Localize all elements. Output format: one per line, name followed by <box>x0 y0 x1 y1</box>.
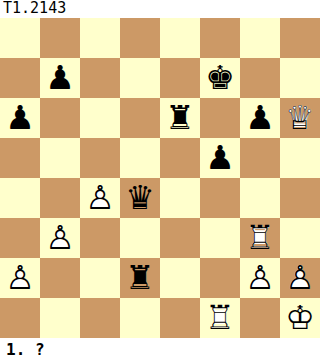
square-c3[interactable] <box>80 218 120 258</box>
square-g8[interactable] <box>240 18 280 58</box>
square-f1[interactable]: ♜♖ <box>200 298 240 338</box>
square-g6[interactable]: ♟ <box>240 98 280 138</box>
square-c8[interactable] <box>80 18 120 58</box>
square-g1[interactable] <box>240 298 280 338</box>
square-d6[interactable] <box>120 98 160 138</box>
square-g2[interactable]: ♟♙ <box>240 258 280 298</box>
square-g5[interactable] <box>240 138 280 178</box>
square-a7[interactable] <box>0 58 40 98</box>
square-e1[interactable] <box>160 298 200 338</box>
square-f4[interactable] <box>200 178 240 218</box>
square-b1[interactable] <box>40 298 80 338</box>
square-f5[interactable]: ♟ <box>200 138 240 178</box>
square-a5[interactable] <box>0 138 40 178</box>
square-h5[interactable] <box>280 138 320 178</box>
chess-board: ♟♚♟♜♟♛♕♟♟♙♛♟♙♜♖♟♙♜♟♙♟♙♜♖♚♔ <box>0 18 320 338</box>
square-b5[interactable] <box>40 138 80 178</box>
square-h6[interactable]: ♛♕ <box>280 98 320 138</box>
square-b7[interactable]: ♟ <box>40 58 80 98</box>
square-c4[interactable]: ♟♙ <box>80 178 120 218</box>
square-h7[interactable] <box>280 58 320 98</box>
piece-white-pawn: ♙ <box>0 258 40 298</box>
square-a4[interactable] <box>0 178 40 218</box>
square-d1[interactable] <box>120 298 160 338</box>
square-d4[interactable]: ♛ <box>120 178 160 218</box>
square-b4[interactable] <box>40 178 80 218</box>
square-d2[interactable]: ♜ <box>120 258 160 298</box>
piece-black-rook: ♜ <box>120 258 160 298</box>
square-a3[interactable] <box>0 218 40 258</box>
square-b6[interactable] <box>40 98 80 138</box>
square-h1[interactable]: ♚♔ <box>280 298 320 338</box>
square-a8[interactable] <box>0 18 40 58</box>
square-e2[interactable] <box>160 258 200 298</box>
piece-white-pawn: ♙ <box>280 258 320 298</box>
piece-white-rook: ♖ <box>240 218 280 258</box>
square-e8[interactable] <box>160 18 200 58</box>
square-d7[interactable] <box>120 58 160 98</box>
piece-black-pawn: ♟ <box>200 138 240 178</box>
square-b8[interactable] <box>40 18 80 58</box>
piece-black-rook: ♜ <box>160 98 200 138</box>
piece-white-queen: ♕ <box>280 98 320 138</box>
piece-black-queen: ♛ <box>120 178 160 218</box>
piece-white-pawn: ♙ <box>40 218 80 258</box>
puzzle-id-title: T1.2143 <box>0 0 320 18</box>
move-prompt: 1. ? <box>0 338 320 360</box>
square-g7[interactable] <box>240 58 280 98</box>
square-e7[interactable] <box>160 58 200 98</box>
square-f2[interactable] <box>200 258 240 298</box>
piece-white-king: ♔ <box>280 298 320 338</box>
square-d5[interactable] <box>120 138 160 178</box>
square-a1[interactable] <box>0 298 40 338</box>
square-h4[interactable] <box>280 178 320 218</box>
square-f7[interactable]: ♚ <box>200 58 240 98</box>
square-c5[interactable] <box>80 138 120 178</box>
square-h8[interactable] <box>280 18 320 58</box>
square-d3[interactable] <box>120 218 160 258</box>
square-c7[interactable] <box>80 58 120 98</box>
square-e3[interactable] <box>160 218 200 258</box>
chess-trainer-window: T1.2143 ♟♚♟♜♟♛♕♟♟♙♛♟♙♜♖♟♙♜♟♙♟♙♜♖♚♔ 1. ? <box>0 0 320 360</box>
square-g3[interactable]: ♜♖ <box>240 218 280 258</box>
piece-black-pawn: ♟ <box>240 98 280 138</box>
piece-white-rook: ♖ <box>200 298 240 338</box>
square-h2[interactable]: ♟♙ <box>280 258 320 298</box>
square-a2[interactable]: ♟♙ <box>0 258 40 298</box>
piece-white-pawn: ♙ <box>80 178 120 218</box>
square-b2[interactable] <box>40 258 80 298</box>
square-e4[interactable] <box>160 178 200 218</box>
square-d8[interactable] <box>120 18 160 58</box>
piece-white-pawn: ♙ <box>240 258 280 298</box>
square-f8[interactable] <box>200 18 240 58</box>
square-a6[interactable]: ♟ <box>0 98 40 138</box>
square-c2[interactable] <box>80 258 120 298</box>
square-c1[interactable] <box>80 298 120 338</box>
square-b3[interactable]: ♟♙ <box>40 218 80 258</box>
square-e5[interactable] <box>160 138 200 178</box>
piece-black-king: ♚ <box>200 58 240 98</box>
square-f3[interactable] <box>200 218 240 258</box>
square-g4[interactable] <box>240 178 280 218</box>
square-f6[interactable] <box>200 98 240 138</box>
square-h3[interactable] <box>280 218 320 258</box>
piece-black-pawn: ♟ <box>40 58 80 98</box>
square-e6[interactable]: ♜ <box>160 98 200 138</box>
piece-black-pawn: ♟ <box>0 98 40 138</box>
square-c6[interactable] <box>80 98 120 138</box>
